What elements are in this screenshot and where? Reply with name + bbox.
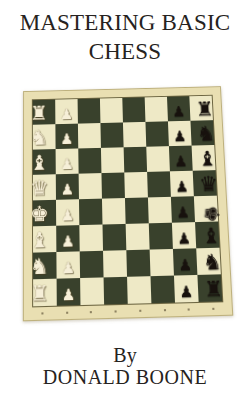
black-bishop: ♝ bbox=[201, 225, 221, 247]
black-pawn: ♟ bbox=[179, 284, 193, 300]
board-square bbox=[145, 97, 168, 122]
board-square: ♟ bbox=[57, 278, 81, 306]
white-queen: ♛ bbox=[30, 178, 49, 199]
board-square: ♟ bbox=[169, 146, 193, 172]
board-square bbox=[123, 122, 146, 147]
white-pawn: ♟ bbox=[61, 261, 75, 277]
board-square: ♛ bbox=[33, 174, 56, 200]
board-square bbox=[79, 173, 102, 199]
board-square bbox=[126, 250, 150, 277]
board-square: ♜ bbox=[33, 279, 57, 307]
black-rook: ♜ bbox=[204, 278, 224, 300]
board-square: ♞ bbox=[33, 252, 57, 279]
board-square: ♟ bbox=[56, 251, 80, 278]
board-square: ♝ bbox=[195, 221, 219, 248]
board-square bbox=[102, 224, 126, 251]
board-square bbox=[101, 147, 124, 173]
board-square: ♟ bbox=[171, 196, 195, 222]
board-square: ♟ bbox=[56, 174, 79, 200]
board-square bbox=[80, 251, 104, 278]
board-square: ♝ bbox=[192, 145, 216, 171]
white-knight: ♞ bbox=[30, 128, 49, 149]
border-dot bbox=[188, 308, 190, 310]
board-square bbox=[147, 171, 171, 197]
board-square: ♝ bbox=[33, 149, 56, 175]
black-pawn: ♟ bbox=[172, 105, 186, 119]
white-pawn: ♟ bbox=[60, 132, 73, 147]
board-square bbox=[100, 98, 123, 123]
book-title-line2: CHESS bbox=[89, 39, 162, 64]
black-king-fallen: ♚ bbox=[202, 204, 223, 224]
border-dot bbox=[41, 312, 43, 314]
black-pawn: ♟ bbox=[174, 154, 188, 169]
white-pawn: ♟ bbox=[60, 108, 73, 123]
board-square: ♚ bbox=[33, 200, 56, 227]
board-square: ♟ bbox=[173, 248, 197, 275]
black-queen: ♛ bbox=[199, 174, 219, 195]
board-square bbox=[124, 147, 147, 173]
black-pawn: ♟ bbox=[173, 129, 187, 144]
chess-board: ♜♟♟♜♞♟♟♞♝♟♟♝♛♟♟♛♚♟♟♚♝♟♟♝♞♟♟♞♜♟♟♜ bbox=[23, 86, 233, 321]
board-square: ♟ bbox=[55, 99, 78, 124]
board-square bbox=[149, 223, 173, 250]
board-square bbox=[78, 123, 101, 148]
author-name: DONALD BOONE bbox=[0, 366, 250, 389]
board-square bbox=[146, 146, 170, 172]
black-knight: ♞ bbox=[197, 124, 216, 145]
board-square: ♟ bbox=[167, 96, 190, 121]
board-square: ♚ bbox=[194, 196, 218, 222]
black-rook: ♜ bbox=[195, 99, 214, 119]
board-square: ♟ bbox=[56, 148, 79, 174]
white-pawn: ♟ bbox=[61, 183, 75, 198]
chess-board-grid: ♜♟♟♜♞♟♟♞♝♟♟♝♛♟♟♛♚♟♟♚♝♟♟♝♞♟♟♞♜♟♟♜ bbox=[32, 95, 223, 308]
board-square bbox=[102, 198, 126, 224]
board-square: ♟ bbox=[56, 199, 79, 226]
board-square: ♟ bbox=[170, 171, 194, 197]
board-square bbox=[145, 121, 168, 146]
board-square: ♞ bbox=[196, 248, 221, 275]
border-dot bbox=[212, 308, 214, 310]
book-cover: MASTERING BASIC CHESS ♜♟♟♜♞♟♟♞♝♟♟♝♛♟♟♛♚♟… bbox=[0, 0, 250, 400]
cover-photo: ♜♟♟♜♞♟♟♞♝♟♟♝♛♟♟♛♚♟♟♚♝♟♟♝♞♟♟♞♜♟♟♜ bbox=[0, 84, 250, 334]
board-square: ♟ bbox=[168, 121, 192, 146]
board-coordinate-dots bbox=[32, 308, 224, 317]
board-square bbox=[150, 249, 174, 276]
white-king: ♚ bbox=[30, 204, 49, 225]
board-square bbox=[122, 97, 145, 122]
board-square bbox=[150, 276, 175, 304]
board-square bbox=[101, 172, 125, 198]
board-square: ♝ bbox=[33, 226, 56, 253]
white-pawn: ♟ bbox=[60, 157, 73, 172]
board-square bbox=[78, 99, 101, 124]
border-dot bbox=[163, 309, 165, 311]
book-title-line1: MASTERING BASIC bbox=[20, 10, 231, 35]
board-square bbox=[148, 197, 172, 223]
board-square bbox=[126, 223, 150, 250]
board-square bbox=[103, 250, 127, 277]
board-square bbox=[80, 277, 104, 305]
byline: By bbox=[0, 344, 250, 367]
board-square bbox=[79, 225, 103, 252]
white-knight: ♞ bbox=[30, 256, 49, 278]
board-square: ♛ bbox=[193, 170, 217, 196]
white-bishop: ♝ bbox=[30, 230, 49, 252]
black-pawn: ♟ bbox=[176, 205, 190, 220]
board-square: ♟ bbox=[55, 124, 78, 149]
white-rook: ♜ bbox=[30, 104, 48, 124]
black-pawn: ♟ bbox=[175, 180, 189, 195]
board-square: ♜ bbox=[33, 100, 56, 125]
black-knight: ♞ bbox=[203, 252, 223, 274]
board-square bbox=[125, 197, 149, 223]
board-square: ♟ bbox=[174, 275, 199, 303]
black-pawn: ♟ bbox=[177, 231, 191, 247]
board-square bbox=[127, 276, 151, 304]
board-square: ♞ bbox=[33, 124, 56, 149]
board-square bbox=[79, 199, 103, 226]
black-bishop: ♝ bbox=[198, 149, 218, 170]
white-pawn: ♟ bbox=[61, 234, 75, 250]
white-pawn: ♟ bbox=[61, 208, 75, 223]
board-square bbox=[100, 122, 123, 147]
black-pawn: ♟ bbox=[178, 258, 192, 274]
board-square bbox=[78, 148, 101, 174]
board-square: ♟ bbox=[56, 225, 80, 252]
board-square bbox=[124, 172, 148, 198]
border-dot bbox=[90, 311, 92, 313]
border-dot bbox=[115, 310, 117, 312]
book-title: MASTERING BASIC CHESS bbox=[0, 8, 250, 67]
board-square bbox=[104, 277, 128, 305]
border-dot bbox=[66, 312, 68, 314]
board-square: ♞ bbox=[190, 120, 214, 145]
white-bishop: ♝ bbox=[30, 153, 49, 174]
board-perspective-scene: ♜♟♟♜♞♟♟♞♝♟♟♝♛♟♟♛♚♟♟♚♝♟♟♝♞♟♟♞♜♟♟♜ bbox=[23, 86, 233, 321]
board-square: ♟ bbox=[172, 222, 196, 249]
white-rook: ♜ bbox=[30, 283, 49, 305]
border-dot bbox=[139, 310, 141, 312]
board-square: ♜ bbox=[197, 274, 222, 302]
board-square: ♜ bbox=[189, 96, 213, 121]
white-pawn: ♟ bbox=[62, 287, 76, 303]
